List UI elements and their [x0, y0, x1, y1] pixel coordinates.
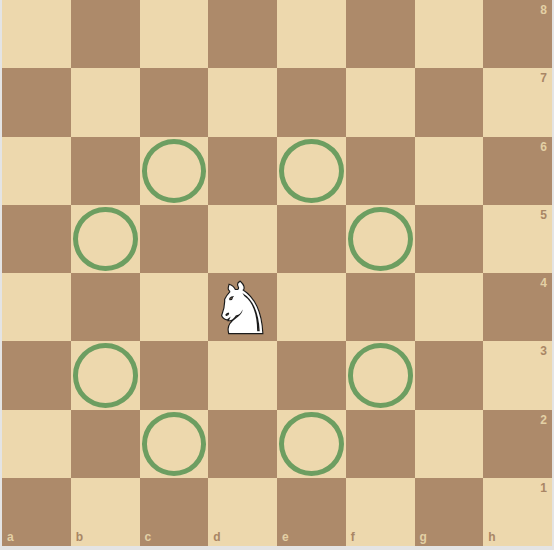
square-h2[interactable]: 2: [483, 410, 552, 478]
square-e6[interactable]: [277, 137, 346, 205]
square-a6[interactable]: [2, 137, 71, 205]
white-knight[interactable]: ♞: [208, 273, 277, 341]
square-h5[interactable]: 5: [483, 205, 552, 273]
page-background: 8765♞432abcdefg1h: [0, 0, 554, 550]
square-f5[interactable]: [346, 205, 415, 273]
square-c3[interactable]: [140, 341, 209, 409]
square-h6[interactable]: 6: [483, 137, 552, 205]
square-f7[interactable]: [346, 68, 415, 136]
square-d5[interactable]: [208, 205, 277, 273]
square-a7[interactable]: [2, 68, 71, 136]
square-c6[interactable]: [140, 137, 209, 205]
rank-label-8: 8: [540, 4, 547, 16]
square-e1[interactable]: e: [277, 478, 346, 546]
square-g4[interactable]: [415, 273, 484, 341]
square-c5[interactable]: [140, 205, 209, 273]
square-g8[interactable]: [415, 0, 484, 68]
square-f6[interactable]: [346, 137, 415, 205]
square-a4[interactable]: [2, 273, 71, 341]
rank-label-6: 6: [540, 141, 547, 153]
square-g2[interactable]: [415, 410, 484, 478]
square-c2[interactable]: [140, 410, 209, 478]
square-b8[interactable]: [71, 0, 140, 68]
move-target-circle-f5: [348, 207, 413, 271]
rank-label-3: 3: [540, 345, 547, 357]
square-h7[interactable]: 7: [483, 68, 552, 136]
rank-label-5: 5: [540, 209, 547, 221]
chess-board: 8765♞432abcdefg1h: [2, 0, 552, 546]
square-a5[interactable]: [2, 205, 71, 273]
square-f3[interactable]: [346, 341, 415, 409]
square-f1[interactable]: f: [346, 478, 415, 546]
square-d7[interactable]: [208, 68, 277, 136]
svg-text:♞: ♞: [211, 273, 274, 341]
square-c4[interactable]: [140, 273, 209, 341]
square-d2[interactable]: [208, 410, 277, 478]
file-label-e: e: [282, 531, 289, 543]
square-e7[interactable]: [277, 68, 346, 136]
square-f4[interactable]: [346, 273, 415, 341]
square-a8[interactable]: [2, 0, 71, 68]
square-a1[interactable]: a: [2, 478, 71, 546]
square-e8[interactable]: [277, 0, 346, 68]
file-label-g: g: [420, 531, 427, 543]
square-b3[interactable]: [71, 341, 140, 409]
square-g5[interactable]: [415, 205, 484, 273]
square-c1[interactable]: c: [140, 478, 209, 546]
square-b7[interactable]: [71, 68, 140, 136]
square-d8[interactable]: [208, 0, 277, 68]
square-f2[interactable]: [346, 410, 415, 478]
square-d3[interactable]: [208, 341, 277, 409]
file-label-f: f: [351, 531, 355, 543]
move-target-circle-e2: [279, 412, 344, 476]
square-b4[interactable]: [71, 273, 140, 341]
square-b5[interactable]: [71, 205, 140, 273]
file-label-a: a: [7, 531, 14, 543]
move-target-circle-c6: [142, 139, 207, 203]
move-target-circle-c2: [142, 412, 207, 476]
file-label-c: c: [145, 531, 152, 543]
square-c8[interactable]: [140, 0, 209, 68]
square-e3[interactable]: [277, 341, 346, 409]
square-f8[interactable]: [346, 0, 415, 68]
square-h3[interactable]: 3: [483, 341, 552, 409]
move-target-circle-b3: [73, 343, 138, 407]
square-a3[interactable]: [2, 341, 71, 409]
square-h1[interactable]: 1h: [483, 478, 552, 546]
square-e2[interactable]: [277, 410, 346, 478]
square-d6[interactable]: [208, 137, 277, 205]
square-e4[interactable]: [277, 273, 346, 341]
rank-label-4: 4: [540, 277, 547, 289]
rank-label-1: 1: [540, 482, 547, 494]
square-d4[interactable]: ♞: [208, 273, 277, 341]
square-h4[interactable]: 4: [483, 273, 552, 341]
square-g1[interactable]: g: [415, 478, 484, 546]
rank-label-2: 2: [540, 414, 547, 426]
move-target-circle-e6: [279, 139, 344, 203]
square-a2[interactable]: [2, 410, 71, 478]
move-target-circle-f3: [348, 343, 413, 407]
file-label-d: d: [213, 531, 220, 543]
square-c7[interactable]: [140, 68, 209, 136]
file-label-h: h: [488, 531, 495, 543]
file-label-b: b: [76, 531, 83, 543]
square-d1[interactable]: d: [208, 478, 277, 546]
square-b2[interactable]: [71, 410, 140, 478]
square-b1[interactable]: b: [71, 478, 140, 546]
square-g6[interactable]: [415, 137, 484, 205]
move-target-circle-b5: [73, 207, 138, 271]
rank-label-7: 7: [540, 72, 547, 84]
square-e5[interactable]: [277, 205, 346, 273]
square-g3[interactable]: [415, 341, 484, 409]
square-h8[interactable]: 8: [483, 0, 552, 68]
square-b6[interactable]: [71, 137, 140, 205]
square-g7[interactable]: [415, 68, 484, 136]
